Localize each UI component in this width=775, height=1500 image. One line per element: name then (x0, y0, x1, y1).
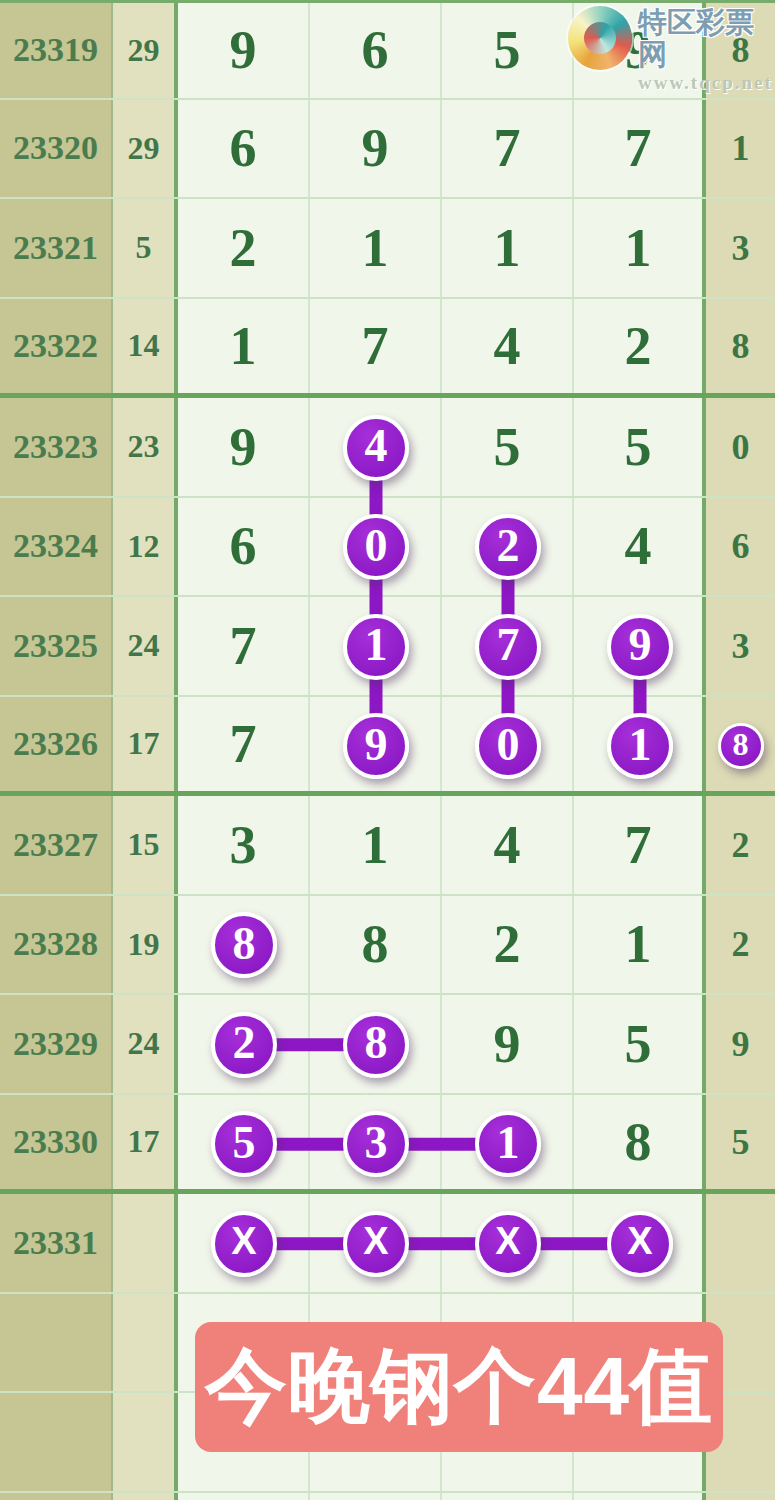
table-row: 233271531472 (0, 796, 775, 896)
site-name: 特区彩票网 (638, 6, 775, 70)
digit-cell: 4 (442, 796, 574, 894)
digit-cell-label: 1 (362, 217, 389, 279)
digit-cell-label: 8 (625, 1111, 652, 1173)
tail-cell: 1 (706, 100, 775, 198)
digit-cell-label: 7 (230, 713, 257, 775)
tail-cell-label: 2 (732, 923, 750, 965)
digit-cell: 2 (178, 199, 310, 297)
issue-cell-label: 23323 (13, 428, 98, 466)
sum-cell-label: 17 (128, 725, 160, 762)
digit-cell-label: 3 (230, 814, 257, 876)
digit-cell-label: 8 (362, 913, 389, 975)
tail-cell: 6 (706, 498, 775, 596)
digit-cell (574, 1194, 706, 1292)
site-logo-swirl-icon (568, 6, 632, 70)
tail-cell-label: 3 (732, 625, 750, 667)
digit-cell: 7 (178, 597, 310, 695)
digit-cell-label: 1 (494, 217, 521, 279)
digit-cell (442, 597, 574, 695)
table-row: 23321521113 (0, 199, 775, 299)
tail-cell-label: 0 (732, 426, 750, 468)
tail-cell: 8 (706, 299, 775, 394)
sum-cell-label: 19 (128, 926, 160, 963)
digit-cell: 5 (442, 3, 574, 98)
digit-cell: 9 (442, 995, 574, 1093)
digit-cell: 1 (574, 896, 706, 994)
table-row-partial (0, 1493, 775, 1500)
sum-cell: 12 (113, 498, 178, 596)
issue-cell: 23327 (0, 796, 113, 894)
issue-cell (0, 1393, 113, 1491)
digit-cell-label: 9 (494, 1013, 521, 1075)
sum-cell (113, 1194, 178, 1292)
sum-cell: 24 (113, 995, 178, 1093)
digit-cell: 5 (574, 995, 706, 1093)
digit-cell-label: 5 (494, 19, 521, 81)
digit-cell: 7 (178, 697, 310, 792)
digit-cell (310, 498, 442, 596)
issue-cell-label: 23324 (13, 527, 98, 565)
table-row: 23328198212 (0, 896, 775, 996)
digit-cell-label: 9 (230, 416, 257, 478)
digit-cell-label: 6 (362, 19, 389, 81)
issue-cell: 23323 (0, 398, 113, 496)
digit-cell: 7 (310, 299, 442, 394)
tail-cell: 3 (706, 597, 775, 695)
digit-cell-label: 7 (230, 615, 257, 677)
digit-cell: 6 (178, 498, 310, 596)
digit-cell: 7 (574, 100, 706, 198)
table-row: 233202969771 (0, 100, 775, 200)
sum-cell (113, 1294, 178, 1392)
prediction-banner: 今晚钢个44值 (195, 1322, 723, 1452)
sum-cell-label: 15 (128, 826, 160, 863)
digit-cell (442, 697, 574, 792)
digit-cell: 1 (574, 199, 706, 297)
tail-cell: 3 (706, 199, 775, 297)
tail-cell-label: 8 (732, 325, 750, 367)
digit-cell: 1 (442, 199, 574, 297)
issue-cell-label: 23321 (13, 229, 98, 267)
sum-cell: 19 (113, 896, 178, 994)
table-row: 233221417428 (0, 299, 775, 399)
sum-cell-label: 29 (128, 32, 160, 69)
sum-cell-label: 29 (128, 130, 160, 167)
issue-cell: 23328 (0, 896, 113, 994)
digit-cell: 1 (310, 199, 442, 297)
issue-cell-label: 23322 (13, 327, 98, 365)
sum-cell-label: 5 (136, 229, 152, 266)
tail-cell: 9 (706, 995, 775, 1093)
table-row: 23323239550 (0, 398, 775, 498)
tail-cell-label: 2 (732, 824, 750, 866)
site-logo: 特区彩票网 www.tqcp.net (568, 6, 775, 94)
digit-cell (442, 498, 574, 596)
digit-cell: 8 (574, 1095, 706, 1190)
digit-cell-label: 7 (625, 117, 652, 179)
sum-cell-label: 14 (128, 327, 160, 364)
digit-cell-label: 7 (625, 814, 652, 876)
sum-cell: 17 (113, 697, 178, 792)
partial-cell (113, 1493, 178, 1500)
digit-cell-label: 2 (230, 217, 257, 279)
digit-cell-label: 4 (625, 515, 652, 577)
digit-cell (310, 398, 442, 496)
tail-cell-label: 5 (732, 1121, 750, 1163)
table-row: 2332412646 (0, 498, 775, 598)
digit-cell: 6 (310, 3, 442, 98)
table-row: 233252473 (0, 597, 775, 697)
sum-cell: 5 (113, 199, 178, 297)
digit-cell-label: 5 (625, 416, 652, 478)
digit-cell: 2 (442, 896, 574, 994)
sum-cell-label: 12 (128, 528, 160, 565)
issue-cell-label: 23328 (13, 925, 98, 963)
issue-cell-label: 23326 (13, 725, 98, 763)
digit-cell (178, 995, 310, 1093)
digit-cell-label: 6 (230, 117, 257, 179)
digit-cell: 9 (178, 398, 310, 496)
issue-cell: 23331 (0, 1194, 113, 1292)
tail-cell: 2 (706, 796, 775, 894)
board: 2331929965982332029697712332152111323322… (0, 0, 775, 1500)
sum-cell: 17 (113, 1095, 178, 1190)
digit-cell-label: 4 (494, 315, 521, 377)
digit-cell-label: 9 (230, 19, 257, 81)
digit-cell (178, 1194, 310, 1292)
table-row: 2332924959 (0, 995, 775, 1095)
tail-cell (706, 697, 775, 792)
digit-cell: 4 (442, 299, 574, 394)
digit-cell: 1 (178, 299, 310, 394)
digit-cell (574, 697, 706, 792)
issue-cell: 23330 (0, 1095, 113, 1190)
digit-cell (310, 597, 442, 695)
digit-cell (310, 995, 442, 1093)
lottery-trend-chart: 2331929965982332029697712332152111323322… (0, 0, 775, 1500)
partial-cell (310, 1493, 442, 1500)
issue-cell-label: 23331 (13, 1224, 98, 1262)
partial-cell (442, 1493, 574, 1500)
digit-cell (574, 597, 706, 695)
digit-cell (310, 1194, 442, 1292)
digit-cell-label: 1 (230, 315, 257, 377)
digit-cell-label: 7 (362, 315, 389, 377)
table-row: 23326177 (0, 697, 775, 797)
digit-cell-label: 2 (494, 913, 521, 975)
issue-cell-label: 23325 (13, 627, 98, 665)
issue-cell: 23329 (0, 995, 113, 1093)
tail-cell-label: 6 (732, 525, 750, 567)
digit-cell-label: 2 (625, 315, 652, 377)
digit-cell: 1 (310, 796, 442, 894)
digit-cell-label: 5 (625, 1013, 652, 1075)
tail-cell-label: 9 (732, 1023, 750, 1065)
digit-cell: 6 (178, 100, 310, 198)
partial-cell (574, 1493, 706, 1500)
issue-cell-label: 23330 (13, 1123, 98, 1161)
digit-cell (178, 1095, 310, 1190)
digit-cell: 7 (574, 796, 706, 894)
tail-cell: 0 (706, 398, 775, 496)
digit-cell (178, 896, 310, 994)
digit-cell: 7 (442, 100, 574, 198)
tail-cell-label: 1 (732, 127, 750, 169)
table-row: 233301785 (0, 1095, 775, 1195)
digit-cell (310, 1095, 442, 1190)
tail-cell: 5 (706, 1095, 775, 1190)
digit-cell-label: 5 (494, 416, 521, 478)
sum-cell-label: 24 (128, 1025, 160, 1062)
digit-cell (442, 1095, 574, 1190)
issue-cell: 23325 (0, 597, 113, 695)
sum-cell: 29 (113, 100, 178, 198)
issue-cell-label: 23329 (13, 1025, 98, 1063)
digit-cell (442, 1194, 574, 1292)
digit-cell: 9 (310, 100, 442, 198)
table-row: 23331 (0, 1194, 775, 1294)
sum-cell: 14 (113, 299, 178, 394)
issue-cell-label: 23320 (13, 129, 98, 167)
digit-cell: 2 (574, 299, 706, 394)
sum-cell-label: 23 (128, 428, 160, 465)
digit-cell: 3 (178, 796, 310, 894)
digit-cell-label: 1 (625, 217, 652, 279)
digit-cell-label: 7 (494, 117, 521, 179)
sum-cell (113, 1393, 178, 1491)
issue-cell: 23319 (0, 3, 113, 98)
digit-cell: 4 (574, 498, 706, 596)
partial-cell (178, 1493, 310, 1500)
issue-cell-label: 23327 (13, 826, 98, 864)
tail-cell-label: 3 (732, 227, 750, 269)
digit-cell: 5 (442, 398, 574, 496)
digit-cell-label: 1 (625, 913, 652, 975)
sum-cell-label: 24 (128, 627, 160, 664)
digit-cell: 8 (310, 896, 442, 994)
digit-cell-label: 9 (362, 117, 389, 179)
issue-cell: 23326 (0, 697, 113, 792)
partial-cell (0, 1493, 113, 1500)
sum-cell: 24 (113, 597, 178, 695)
issue-cell: 23320 (0, 100, 113, 198)
issue-cell: 23322 (0, 299, 113, 394)
prediction-banner-text: 今晚钢个44值 (205, 1332, 713, 1442)
sum-cell: 29 (113, 3, 178, 98)
sum-cell: 23 (113, 398, 178, 496)
partial-cell (706, 1493, 775, 1500)
digit-cell-label: 1 (362, 814, 389, 876)
tail-cell: 2 (706, 896, 775, 994)
digit-cell: 5 (574, 398, 706, 496)
digit-cell-label: 6 (230, 515, 257, 577)
digit-cell (310, 697, 442, 792)
sum-cell-label: 17 (128, 1123, 160, 1160)
sum-cell: 15 (113, 796, 178, 894)
issue-cell: 23321 (0, 199, 113, 297)
site-url-watermark: www.tqcp.net (638, 72, 775, 94)
issue-cell: 23324 (0, 498, 113, 596)
issue-cell-label: 23319 (13, 31, 98, 69)
digit-cell: 9 (178, 3, 310, 98)
tail-cell (706, 1194, 775, 1292)
digit-cell-label: 4 (494, 814, 521, 876)
site-logo-text: 特区彩票网 www.tqcp.net (638, 6, 775, 94)
issue-cell (0, 1294, 113, 1392)
